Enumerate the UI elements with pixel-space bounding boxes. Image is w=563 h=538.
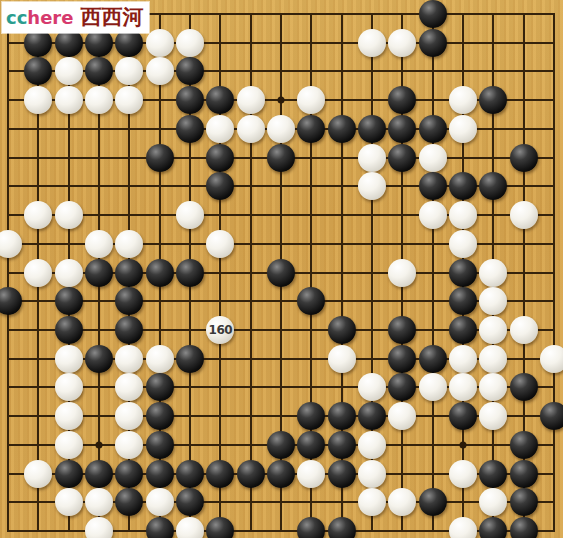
black-stone <box>146 144 174 172</box>
black-stone <box>176 460 204 488</box>
black-stone <box>328 316 356 344</box>
black-stone <box>0 287 22 315</box>
white-stone <box>24 460 52 488</box>
white-stone <box>540 345 563 373</box>
white-stone <box>479 316 507 344</box>
white-stone <box>237 115 265 143</box>
white-stone <box>449 373 477 401</box>
black-stone <box>479 86 507 114</box>
black-stone <box>328 115 356 143</box>
black-stone <box>419 115 447 143</box>
white-stone <box>176 201 204 229</box>
white-stone <box>449 115 477 143</box>
black-stone <box>267 144 295 172</box>
black-stone <box>206 460 234 488</box>
white-stone <box>479 488 507 516</box>
black-stone <box>510 373 538 401</box>
white-stone <box>0 230 22 258</box>
white-stone <box>328 345 356 373</box>
white-stone <box>358 29 386 57</box>
black-stone <box>146 373 174 401</box>
black-stone <box>388 345 416 373</box>
white-stone <box>297 86 325 114</box>
white-stone <box>24 201 52 229</box>
white-stone <box>388 488 416 516</box>
white-stone <box>55 201 83 229</box>
black-stone <box>85 345 113 373</box>
black-stone <box>146 460 174 488</box>
white-stone <box>146 57 174 85</box>
grid-line-vertical <box>432 13 434 532</box>
white-stone <box>449 230 477 258</box>
white-stone <box>388 259 416 287</box>
black-stone <box>24 57 52 85</box>
white-stone <box>388 29 416 57</box>
white-stone <box>479 373 507 401</box>
white-stone <box>479 259 507 287</box>
white-stone <box>55 488 83 516</box>
white-stone <box>85 517 113 538</box>
black-stone <box>449 287 477 315</box>
black-stone <box>540 402 563 430</box>
watermark-here: here <box>27 7 73 28</box>
white-stone <box>146 345 174 373</box>
black-stone <box>115 316 143 344</box>
black-stone <box>297 115 325 143</box>
white-stone <box>115 86 143 114</box>
white-stone <box>449 86 477 114</box>
white-stone <box>419 201 447 229</box>
black-stone <box>328 431 356 459</box>
black-stone <box>176 345 204 373</box>
black-stone <box>146 402 174 430</box>
star-point <box>460 441 467 448</box>
black-stone <box>449 402 477 430</box>
white-stone <box>358 373 386 401</box>
black-stone <box>115 287 143 315</box>
white-stone <box>510 316 538 344</box>
white-stone <box>85 86 113 114</box>
watermark: cc here 西西河 <box>2 2 149 33</box>
black-stone <box>297 287 325 315</box>
watermark-cc: cc <box>6 7 27 28</box>
black-stone <box>146 259 174 287</box>
black-stone <box>146 517 174 538</box>
black-stone <box>479 517 507 538</box>
black-stone <box>388 373 416 401</box>
black-stone <box>328 460 356 488</box>
black-stone <box>297 431 325 459</box>
black-stone <box>176 488 204 516</box>
white-stone <box>358 431 386 459</box>
black-stone <box>449 259 477 287</box>
white-stone <box>449 517 477 538</box>
white-stone <box>115 345 143 373</box>
black-stone <box>449 172 477 200</box>
white-stone <box>115 57 143 85</box>
white-stone <box>358 144 386 172</box>
white-stone <box>358 488 386 516</box>
white-stone <box>388 402 416 430</box>
black-stone <box>206 517 234 538</box>
black-stone <box>55 287 83 315</box>
black-stone <box>510 517 538 538</box>
black-stone <box>388 316 416 344</box>
black-stone <box>388 86 416 114</box>
black-stone <box>206 86 234 114</box>
black-stone <box>267 460 295 488</box>
black-stone <box>388 115 416 143</box>
star-point <box>278 97 285 104</box>
white-stone <box>176 517 204 538</box>
black-stone <box>297 402 325 430</box>
white-stone <box>206 115 234 143</box>
black-stone <box>115 488 143 516</box>
black-stone <box>419 172 447 200</box>
white-stone <box>419 144 447 172</box>
black-stone <box>328 402 356 430</box>
white-stone <box>24 259 52 287</box>
black-stone <box>388 144 416 172</box>
black-stone <box>267 431 295 459</box>
white-stone <box>55 86 83 114</box>
black-stone <box>115 460 143 488</box>
white-stone <box>55 431 83 459</box>
white-stone <box>176 29 204 57</box>
white-stone <box>85 488 113 516</box>
black-stone <box>85 57 113 85</box>
white-stone <box>237 86 265 114</box>
black-stone <box>297 517 325 538</box>
black-stone <box>358 402 386 430</box>
white-stone <box>419 373 447 401</box>
white-stone <box>55 373 83 401</box>
white-stone <box>115 402 143 430</box>
white-stone <box>206 230 234 258</box>
white-stone <box>115 431 143 459</box>
white-stone <box>24 86 52 114</box>
white-stone <box>146 29 174 57</box>
white-stone <box>358 460 386 488</box>
black-stone <box>146 431 174 459</box>
watermark-site-name: 西西河 <box>80 3 143 31</box>
white-stone <box>510 201 538 229</box>
go-board-screenshot: 160 cc here 西西河 <box>0 0 563 538</box>
white-stone <box>267 115 295 143</box>
white-stone <box>297 460 325 488</box>
black-stone <box>85 460 113 488</box>
white-stone <box>479 345 507 373</box>
black-stone <box>358 115 386 143</box>
white-stone <box>115 373 143 401</box>
black-stone <box>419 0 447 28</box>
black-stone <box>206 144 234 172</box>
grid-line-vertical <box>553 13 555 532</box>
black-stone <box>449 316 477 344</box>
black-stone <box>176 115 204 143</box>
white-stone <box>449 460 477 488</box>
numbered-move-stone: 160 <box>206 316 234 344</box>
black-stone <box>510 144 538 172</box>
black-stone <box>176 259 204 287</box>
black-stone <box>510 460 538 488</box>
black-stone <box>55 316 83 344</box>
black-stone <box>510 431 538 459</box>
black-stone <box>176 57 204 85</box>
black-stone <box>328 517 356 538</box>
black-stone <box>419 345 447 373</box>
black-stone <box>267 259 295 287</box>
white-stone <box>449 345 477 373</box>
move-number-label: 160 <box>209 324 233 336</box>
black-stone <box>85 259 113 287</box>
black-stone <box>419 488 447 516</box>
white-stone <box>55 402 83 430</box>
white-stone <box>85 230 113 258</box>
black-stone <box>479 460 507 488</box>
white-stone <box>449 201 477 229</box>
black-stone <box>479 172 507 200</box>
black-stone <box>115 259 143 287</box>
white-stone <box>146 488 174 516</box>
white-stone <box>55 345 83 373</box>
black-stone <box>55 460 83 488</box>
white-stone <box>358 172 386 200</box>
black-stone <box>206 172 234 200</box>
black-stone <box>237 460 265 488</box>
white-stone <box>55 259 83 287</box>
black-stone <box>510 488 538 516</box>
black-stone <box>419 29 447 57</box>
white-stone <box>479 287 507 315</box>
white-stone <box>479 402 507 430</box>
white-stone <box>55 57 83 85</box>
star-point <box>96 441 103 448</box>
white-stone <box>115 230 143 258</box>
black-stone <box>176 86 204 114</box>
